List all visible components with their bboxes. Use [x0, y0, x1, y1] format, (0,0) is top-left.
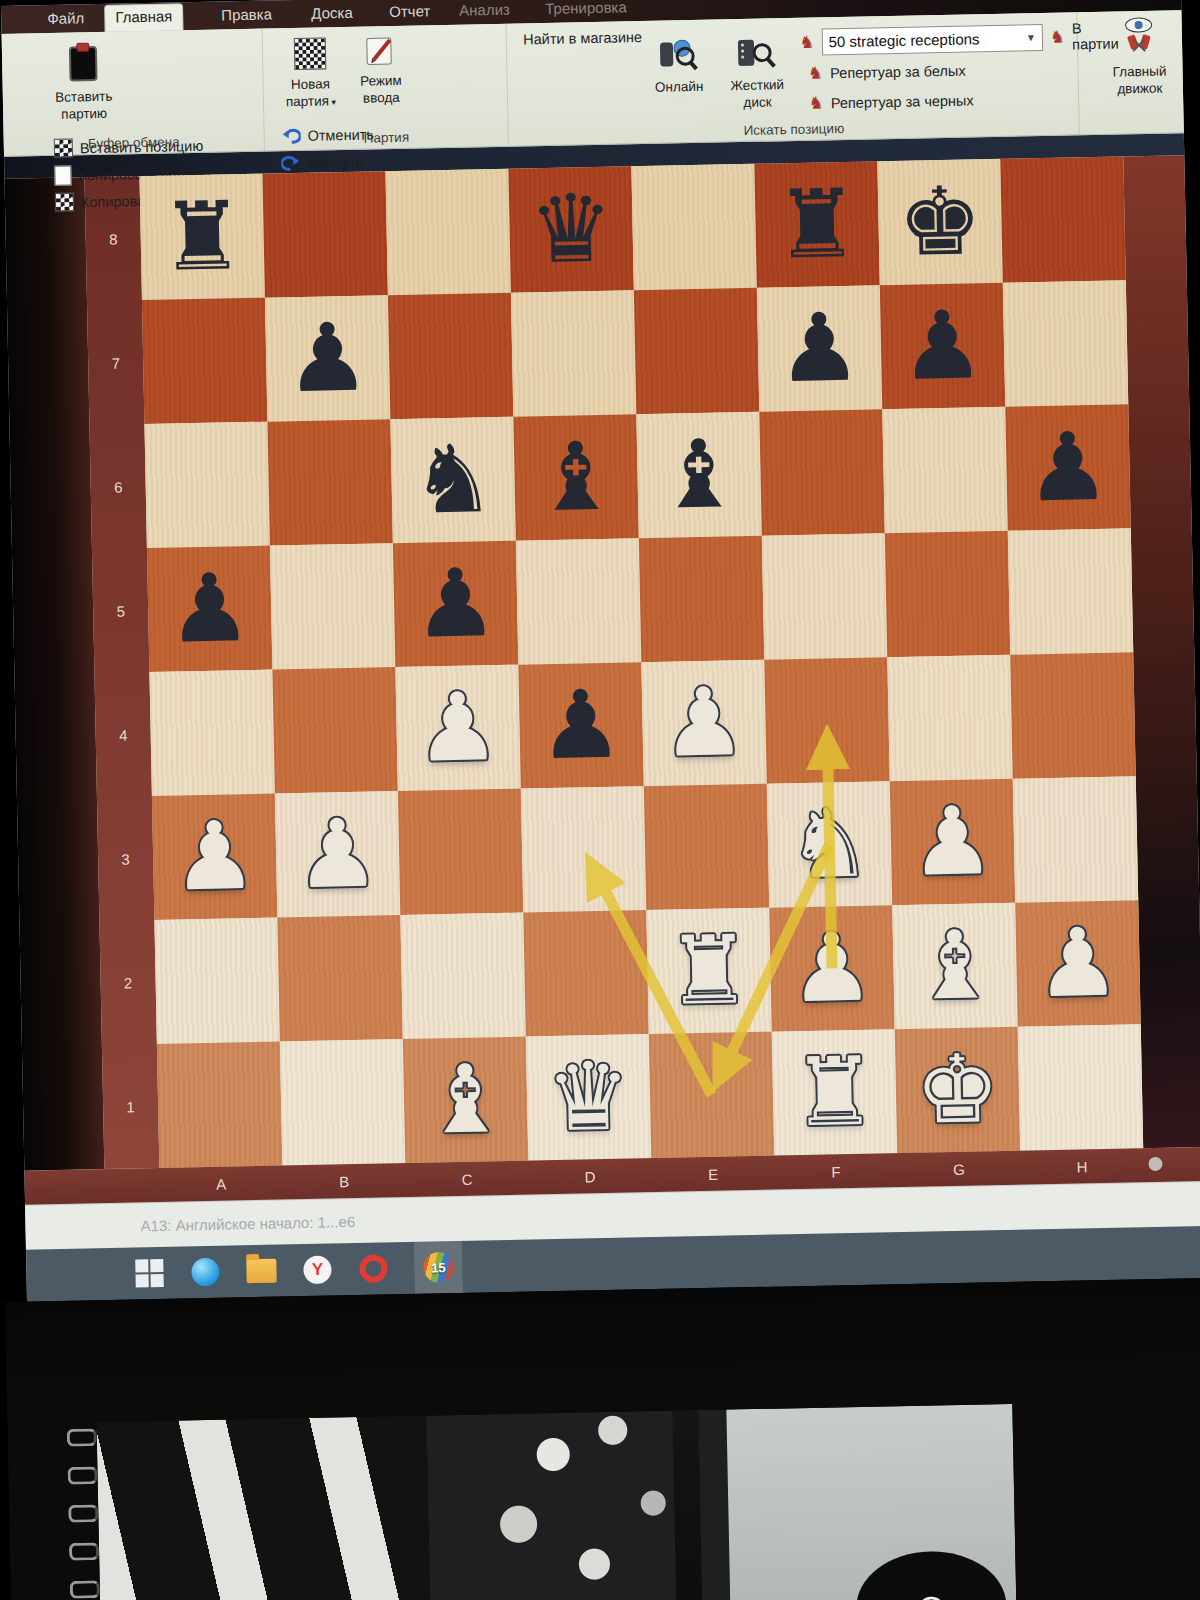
piece-black-r-f8: ♜: [754, 161, 879, 287]
input-mode-label: Режим ввода: [350, 72, 413, 107]
tab-Файл[interactable]: Файл: [37, 4, 94, 33]
square-g4[interactable]: [887, 655, 1012, 781]
piece-white-p-g3: ♟: [890, 779, 1015, 905]
group-engine: Главный движок: [1077, 10, 1183, 134]
group-clipboard: Вставить партию Вставить позицию Копиров…: [2, 29, 265, 156]
square-a8[interactable]: ♜: [139, 174, 264, 300]
rank-label-1: 1: [102, 1044, 159, 1169]
square-f5[interactable]: [762, 533, 887, 659]
tab-Отчет[interactable]: Отчет: [379, 0, 441, 26]
square-a4[interactable]: [149, 670, 274, 796]
square-h5[interactable]: [1008, 528, 1133, 654]
square-d6[interactable]: ♝: [513, 414, 638, 540]
square-f1[interactable]: ♜: [772, 1029, 897, 1155]
piece-black-b-d6: ♝: [513, 414, 638, 540]
piece-white-p-f2: ♟: [769, 905, 894, 1031]
square-g5[interactable]: [885, 531, 1010, 657]
square-a2[interactable]: [154, 918, 279, 1044]
paste-game-button[interactable]: Вставить партию: [42, 31, 126, 123]
strategy-combobox-value: 50 strategic receptions: [828, 30, 979, 50]
square-c6[interactable]: ♞: [390, 417, 515, 543]
file-label-E: E: [651, 1156, 775, 1192]
piece-black-p-a5: ♟: [147, 546, 272, 672]
file-label-C: C: [405, 1161, 529, 1197]
redo-label: Вернуть: [308, 153, 364, 170]
square-g3[interactable]: ♟: [890, 779, 1015, 905]
ribbon: Вставить партию Вставить позицию Копиров…: [2, 10, 1184, 157]
square-f7[interactable]: ♟: [757, 285, 882, 411]
square-d2[interactable]: [523, 910, 648, 1036]
tab-Тренировка[interactable]: Тренировка: [535, 0, 637, 23]
square-c2[interactable]: [400, 913, 525, 1039]
piece-white-r-f1: ♜: [772, 1029, 897, 1155]
tab-Доска[interactable]: Доска: [301, 0, 363, 28]
rank-label-4: 4: [94, 672, 151, 797]
square-d4[interactable]: ♟: [518, 662, 643, 788]
piece-black-b-e6: ♝: [636, 412, 761, 538]
stripes-pattern: [96, 1416, 431, 1600]
main-engine-label: Главный движок: [1096, 62, 1183, 98]
red-piece-icon: ♞: [799, 33, 815, 50]
square-e3[interactable]: [644, 784, 769, 910]
square-e6[interactable]: ♝: [636, 412, 761, 538]
square-d3[interactable]: [521, 786, 646, 912]
square-e1[interactable]: [649, 1032, 774, 1158]
square-b7[interactable]: ♟: [265, 295, 390, 421]
square-b2[interactable]: [277, 915, 402, 1041]
square-d8[interactable]: ♛: [508, 166, 633, 292]
rank-label-5: 5: [92, 548, 149, 673]
opening-status-text: A13: Английское начало: 1...е6: [140, 1213, 355, 1234]
screen: ФайлГлавнаяПравкаДоскаОтчетАнализТрениро…: [1, 0, 1200, 1300]
online-label: Онлайн: [655, 78, 704, 96]
notebook: e: [62, 1404, 1016, 1600]
disk-search-icon: [736, 36, 777, 71]
piece-black-p-c5: ♟: [393, 541, 518, 667]
piece-white-p-c4: ♟: [395, 665, 520, 791]
piece-black-n-c6: ♞: [390, 417, 515, 543]
square-g6[interactable]: [882, 407, 1007, 533]
spiral-coils: [62, 1422, 101, 1600]
repertoire-black-label: Репертуар за черных: [831, 92, 974, 111]
square-f2[interactable]: ♟: [769, 905, 894, 1031]
logo-badge: e: [855, 1550, 1007, 1600]
repertoire-white-label: Репертуар за белых: [830, 62, 966, 81]
square-d1[interactable]: ♛: [526, 1034, 651, 1160]
start-button[interactable]: [134, 1258, 165, 1289]
square-g8[interactable]: ♚: [877, 159, 1002, 285]
paste-game-label: Вставить партию: [43, 87, 126, 123]
square-b6[interactable]: [267, 419, 392, 545]
new-game-board-icon: [294, 37, 327, 70]
file-label-B: B: [282, 1163, 406, 1199]
redo-icon: [281, 154, 301, 170]
chessbase-taskbar-button[interactable]: 15: [414, 1241, 463, 1294]
square-e2[interactable]: ♜: [646, 908, 771, 1034]
group-clipboard-label: Буфер обмена: [4, 133, 264, 153]
find-in-store-button[interactable]: Найти в магазине: [523, 29, 642, 47]
clipboard-icon: [66, 42, 101, 83]
square-b5[interactable]: [270, 543, 395, 669]
square-e8[interactable]: [631, 164, 756, 290]
hard-disk-search-button[interactable]: Жесткий диск: [723, 36, 790, 111]
square-a3[interactable]: ♟: [152, 794, 277, 920]
square-f3[interactable]: ♞: [767, 781, 892, 907]
online-search-button[interactable]: Онлайн: [647, 38, 710, 113]
input-mode-pencil-icon: [364, 36, 397, 67]
rank-label-6: 6: [89, 424, 146, 549]
piece-white-p-b3: ♟: [275, 791, 400, 917]
square-d7[interactable]: [511, 290, 636, 416]
piece-white-p-h2: ♟: [1015, 900, 1140, 1026]
piece-black-k-g8: ♚: [877, 159, 1002, 285]
piece-white-k-g1: ♚: [895, 1027, 1020, 1153]
square-f6[interactable]: [759, 409, 884, 535]
square-a7[interactable]: [142, 298, 267, 424]
square-h6[interactable]: ♟: [1005, 404, 1130, 530]
board: ♜♛♜♚♟♟♟♞♝♝♟♟♟♟♟♟♟♟♞♟♜♟♝♟♝♛♜♚: [139, 156, 1143, 1168]
square-b1[interactable]: [280, 1039, 405, 1165]
page-icon: [54, 165, 71, 185]
piece-white-q-d1: ♛: [526, 1034, 651, 1160]
square-h3[interactable]: [1013, 776, 1138, 902]
red-piece-icon: ♞: [1050, 28, 1066, 45]
tower-silhouette: [672, 1410, 703, 1600]
repertoire-black-button[interactable]: ♞ Репертуар за черных: [808, 86, 974, 116]
hard-disk-label: Жесткий диск: [724, 76, 791, 111]
desk: e: [7, 1382, 1200, 1600]
square-a1[interactable]: [157, 1042, 282, 1168]
board-window: 87654321 ♜♛♜♚♟♟♟♞♝♝♟♟♟♟♟♟♟♟♞♟♜♟♝♟♝♛♜♚: [5, 155, 1200, 1170]
file-label-H: H: [1020, 1148, 1144, 1184]
file-label-A: A: [159, 1165, 283, 1201]
square-h1[interactable]: [1018, 1024, 1143, 1150]
repertoire-white-button[interactable]: ♞ Репертуар за белых: [808, 57, 966, 87]
blossom-photo: [426, 1410, 731, 1600]
rank-label-2: 2: [99, 920, 156, 1045]
piece-black-q-d8: ♛: [508, 166, 633, 292]
tab-Анализ[interactable]: Анализ: [449, 0, 520, 25]
square-b4[interactable]: [272, 667, 397, 793]
square-a6[interactable]: [144, 422, 269, 548]
main-engine-button[interactable]: Главный движок: [1095, 10, 1183, 98]
online-db-search-icon: [658, 38, 699, 73]
file-label-F: F: [774, 1153, 898, 1189]
explorer-icon: [246, 1259, 276, 1284]
group-game: Новая партия ▾ Режим ввода: [262, 24, 509, 151]
opera-taskbar-button[interactable]: [358, 1253, 389, 1284]
rank-label-7: 7: [87, 300, 144, 425]
input-mode-button[interactable]: Режим ввода: [349, 26, 413, 107]
notebook-panel: e: [726, 1404, 1017, 1600]
new-game-label: Новая партия: [286, 76, 331, 109]
edge-taskbar-button[interactable]: [190, 1257, 221, 1288]
edge-icon: [191, 1258, 220, 1287]
square-f4[interactable]: [764, 657, 889, 783]
explorer-taskbar-button[interactable]: [246, 1256, 277, 1287]
file-label-D: D: [528, 1158, 652, 1194]
square-f8[interactable]: ♜: [754, 161, 879, 287]
square-h8[interactable]: [1000, 156, 1125, 282]
piece-black-p-h6: ♟: [1005, 404, 1130, 530]
strategy-combobox[interactable]: 50 strategic receptions ▼: [821, 23, 1043, 54]
group-search: Найти в магазине Онлайн: [507, 12, 1080, 145]
piece-white-p-a3: ♟: [152, 794, 277, 920]
monitor-photo: ФайлГлавнаяПравкаДоскаОтчетАнализТрениро…: [0, 0, 1200, 1600]
piece-white-b-c1: ♝: [403, 1037, 528, 1163]
piece-white-n-f3: ♞: [767, 781, 892, 907]
dropdown-arrow-icon: ▼: [1026, 32, 1036, 43]
dropdown-arrow-icon: ▾: [329, 97, 336, 107]
square-c4[interactable]: ♟: [395, 665, 520, 791]
square-e4[interactable]: ♟: [641, 660, 766, 786]
square-g7[interactable]: ♟: [880, 283, 1005, 409]
resize-dot: [1148, 1157, 1162, 1171]
engine-eye-icon: [1118, 15, 1159, 58]
piece-black-p-g7: ♟: [880, 283, 1005, 409]
piece-black-p-d4: ♟: [518, 662, 643, 788]
piece-white-p-e4: ♟: [641, 660, 766, 786]
piece-black-r-a8: ♜: [139, 174, 264, 300]
square-a5[interactable]: ♟: [147, 546, 272, 672]
square-e7[interactable]: [634, 288, 759, 414]
piece-black-p-f7: ♟: [757, 285, 882, 411]
red-piece-icon: ♞: [808, 64, 824, 81]
rank-label-3: 3: [97, 796, 154, 921]
red-piece-icon: ♞: [808, 94, 824, 111]
square-g1[interactable]: ♚: [895, 1027, 1020, 1153]
yandex-icon: Y: [303, 1256, 332, 1285]
chessbase-15-icon: 15: [423, 1252, 454, 1283]
piece-white-b-g2: ♝: [892, 903, 1017, 1029]
square-c3[interactable]: [398, 789, 523, 915]
yandex-taskbar-button[interactable]: Y: [302, 1254, 333, 1285]
square-b3[interactable]: ♟: [275, 791, 400, 917]
square-h2[interactable]: ♟: [1015, 900, 1140, 1026]
square-e5[interactable]: [639, 536, 764, 662]
square-b8[interactable]: [262, 171, 387, 297]
square-h4[interactable]: [1010, 652, 1135, 778]
new-game-button[interactable]: Новая партия ▾: [274, 27, 346, 112]
tab-Главная[interactable]: Главная: [105, 4, 183, 32]
windows-start-icon: [135, 1259, 164, 1288]
square-c8[interactable]: [385, 169, 510, 295]
square-c7[interactable]: [388, 293, 513, 419]
square-d5[interactable]: [516, 538, 641, 664]
opera-icon: [359, 1254, 388, 1283]
square-c5[interactable]: ♟: [393, 541, 518, 667]
tab-Правка[interactable]: Правка: [211, 0, 282, 29]
file-label-G: G: [897, 1151, 1021, 1187]
notebook-cover: e: [96, 1404, 1016, 1600]
piece-white-r-e2: ♜: [646, 908, 771, 1034]
board-small-icon: [55, 192, 74, 211]
piece-black-p-b7: ♟: [265, 295, 390, 421]
square-c1[interactable]: ♝: [403, 1037, 528, 1163]
square-h7[interactable]: [1003, 280, 1128, 406]
square-g2[interactable]: ♝: [892, 903, 1017, 1029]
